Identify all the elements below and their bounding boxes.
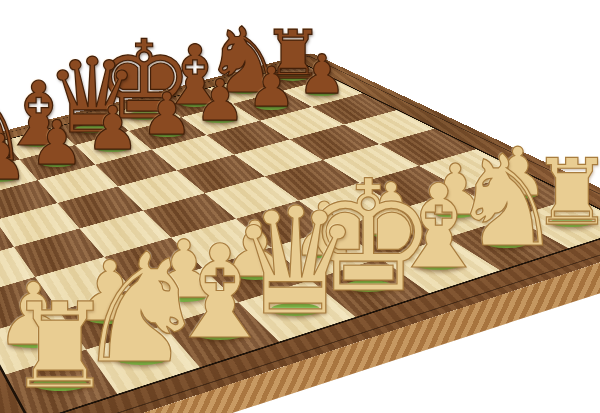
- piece-black-pawn[interactable]: ♟: [191, 72, 248, 129]
- piece-black-pawn[interactable]: ♟: [26, 112, 87, 173]
- piece-black-pawn[interactable]: ♟: [0, 126, 31, 189]
- chess-set-photo: ♜♞♟♝♟♚♟♛♟♝♟♞♟♜♟♟♟♟♜♟♞♟♝♟♚♟♛♟♝♟♞♜: [0, 0, 600, 413]
- piece-black-pawn[interactable]: ♟: [138, 85, 196, 143]
- pieces-layer: ♜♞♟♝♟♚♟♛♟♝♟♞♟♜♟♟♟♟♜♟♞♟♝♟♚♟♛♟♝♟♞♜: [0, 0, 600, 413]
- piece-black-pawn[interactable]: ♟: [295, 48, 349, 102]
- piece-black-pawn[interactable]: ♟: [244, 60, 299, 115]
- piece-black-pawn[interactable]: ♟: [83, 98, 143, 158]
- piece-white-rook[interactable]: ♜: [1, 287, 119, 405]
